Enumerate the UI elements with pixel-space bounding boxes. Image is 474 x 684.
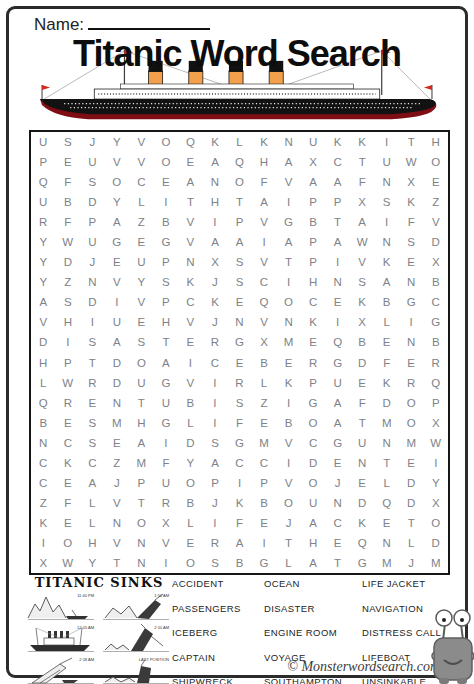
grid-cell-r11c10[interactable]: X <box>252 332 277 352</box>
grid-cell-r2c11[interactable]: A <box>276 152 301 172</box>
grid-cell-r9c7[interactable]: C <box>178 292 203 312</box>
grid-cell-r4c1[interactable]: U <box>31 192 56 212</box>
grid-cell-r21c8[interactable]: R <box>203 533 228 553</box>
grid-cell-r11c15[interactable]: E <box>374 332 399 352</box>
grid-cell-r6c10[interactable]: I <box>252 232 277 252</box>
grid-cell-r4c11[interactable]: I <box>276 192 301 212</box>
grid-cell-r10c15[interactable]: L <box>374 312 399 332</box>
grid-cell-r8c9[interactable]: S <box>227 272 252 292</box>
grid-cell-r7c3[interactable]: J <box>80 252 105 272</box>
grid-cell-r4c13[interactable]: P <box>325 192 350 212</box>
grid-cell-r6c14[interactable]: W <box>350 232 375 252</box>
grid-cell-r2c12[interactable]: X <box>301 152 326 172</box>
grid-cell-r6c17[interactable]: D <box>423 232 448 252</box>
grid-cell-r21c10[interactable]: I <box>252 533 277 553</box>
grid-cell-r6c1[interactable]: Y <box>31 232 56 252</box>
grid-cell-r10c7[interactable]: V <box>178 312 203 332</box>
grid-cell-r5c16[interactable]: F <box>399 212 424 232</box>
grid-cell-r22c1[interactable]: X <box>31 553 56 573</box>
grid-cell-r21c6[interactable]: V <box>154 533 179 553</box>
grid-cell-r8c15[interactable]: A <box>374 272 399 292</box>
grid-cell-r7c2[interactable]: D <box>56 252 81 272</box>
grid-cell-r7c8[interactable]: X <box>203 252 228 272</box>
grid-cell-r8c2[interactable]: Z <box>56 272 81 292</box>
grid-cell-r13c9[interactable]: R <box>227 373 252 393</box>
grid-cell-r20c5[interactable]: O <box>129 513 154 533</box>
grid-cell-r9c15[interactable]: B <box>374 292 399 312</box>
grid-cell-r9c10[interactable]: Q <box>252 292 277 312</box>
grid-cell-r15c15[interactable]: M <box>374 413 399 433</box>
grid-cell-r10c14[interactable]: X <box>350 312 375 332</box>
grid-cell-r22c13[interactable]: T <box>325 553 350 573</box>
grid-cell-r2c1[interactable]: P <box>31 152 56 172</box>
grid-cell-r3c17[interactable]: E <box>423 172 448 192</box>
grid-cell-r1c4[interactable]: Y <box>105 132 130 152</box>
grid-cell-r7c13[interactable]: I <box>325 252 350 272</box>
grid-cell-r1c1[interactable]: U <box>31 132 56 152</box>
grid-cell-r22c17[interactable]: M <box>423 553 448 573</box>
grid-cell-r13c12[interactable]: P <box>301 373 326 393</box>
grid-cell-r10c11[interactable]: N <box>276 312 301 332</box>
grid-cell-r12c8[interactable]: C <box>203 352 228 372</box>
grid-cell-r5c15[interactable]: I <box>374 212 399 232</box>
grid-cell-r20c16[interactable]: T <box>399 513 424 533</box>
grid-cell-r5c14[interactable]: A <box>350 212 375 232</box>
grid-cell-r16c15[interactable]: N <box>374 433 399 453</box>
grid-cell-r12c14[interactable]: D <box>350 352 375 372</box>
grid-cell-r2c13[interactable]: C <box>325 152 350 172</box>
grid-cell-r1c17[interactable]: H <box>423 132 448 152</box>
grid-cell-r17c11[interactable]: I <box>276 453 301 473</box>
grid-cell-r21c3[interactable]: H <box>80 533 105 553</box>
grid-cell-r2c15[interactable]: U <box>374 152 399 172</box>
grid-cell-r16c1[interactable]: N <box>31 433 56 453</box>
grid-cell-r8c5[interactable]: Y <box>129 272 154 292</box>
grid-cell-r16c6[interactable]: I <box>154 433 179 453</box>
grid-cell-r4c10[interactable]: A <box>252 192 277 212</box>
grid-cell-r19c1[interactable]: Z <box>31 493 56 513</box>
grid-cell-r8c13[interactable]: N <box>325 272 350 292</box>
grid-cell-r14c13[interactable]: A <box>325 393 350 413</box>
grid-cell-r6c2[interactable]: W <box>56 232 81 252</box>
grid-cell-r1c13[interactable]: K <box>325 132 350 152</box>
grid-cell-r17c17[interactable]: I <box>423 453 448 473</box>
grid-cell-r16c8[interactable]: S <box>203 433 228 453</box>
grid-cell-r11c5[interactable]: S <box>129 332 154 352</box>
grid-cell-r14c3[interactable]: E <box>80 393 105 413</box>
grid-cell-r19c3[interactable]: L <box>80 493 105 513</box>
grid-cell-r22c16[interactable]: J <box>399 553 424 573</box>
grid-cell-r2c14[interactable]: T <box>350 152 375 172</box>
grid-cell-r1c10[interactable]: K <box>252 132 277 152</box>
grid-cell-r22c7[interactable]: O <box>178 553 203 573</box>
grid-cell-r7c5[interactable]: U <box>129 252 154 272</box>
grid-cell-r4c15[interactable]: S <box>374 192 399 212</box>
grid-cell-r19c14[interactable]: D <box>350 493 375 513</box>
grid-cell-r12c6[interactable]: A <box>154 352 179 372</box>
grid-cell-r7c14[interactable]: V <box>350 252 375 272</box>
name-field[interactable] <box>88 14 210 30</box>
grid-cell-r15c4[interactable]: M <box>105 413 130 433</box>
grid-cell-r9c13[interactable]: E <box>325 292 350 312</box>
grid-cell-r13c5[interactable]: U <box>129 373 154 393</box>
grid-cell-r6c12[interactable]: P <box>301 232 326 252</box>
grid-cell-r21c13[interactable]: E <box>325 533 350 553</box>
grid-cell-r20c11[interactable]: J <box>276 513 301 533</box>
grid-cell-r11c6[interactable]: T <box>154 332 179 352</box>
grid-cell-r9c8[interactable]: K <box>203 292 228 312</box>
grid-cell-r13c7[interactable]: V <box>178 373 203 393</box>
grid-cell-r11c12[interactable]: E <box>301 332 326 352</box>
grid-cell-r11c9[interactable]: G <box>227 332 252 352</box>
grid-cell-r8c14[interactable]: S <box>350 272 375 292</box>
grid-cell-r7c6[interactable]: P <box>154 252 179 272</box>
grid-cell-r18c9[interactable]: I <box>227 473 252 493</box>
grid-cell-r9c17[interactable]: C <box>423 292 448 312</box>
grid-cell-r18c16[interactable]: D <box>399 473 424 493</box>
grid-cell-r1c2[interactable]: S <box>56 132 81 152</box>
grid-cell-r14c7[interactable]: B <box>178 393 203 413</box>
grid-cell-r11c16[interactable]: N <box>399 332 424 352</box>
grid-cell-r20c1[interactable]: K <box>31 513 56 533</box>
grid-cell-r21c15[interactable]: N <box>374 533 399 553</box>
grid-cell-r8c7[interactable]: K <box>178 272 203 292</box>
grid-cell-r4c12[interactable]: P <box>301 192 326 212</box>
grid-cell-r14c17[interactable]: P <box>423 393 448 413</box>
grid-cell-r2c8[interactable]: A <box>203 152 228 172</box>
grid-cell-r21c7[interactable]: E <box>178 533 203 553</box>
grid-cell-r16c4[interactable]: E <box>105 433 130 453</box>
grid-cell-r9c1[interactable]: A <box>31 292 56 312</box>
grid-cell-r3c16[interactable]: X <box>399 172 424 192</box>
grid-cell-r16c11[interactable]: V <box>276 433 301 453</box>
grid-cell-r19c10[interactable]: B <box>252 493 277 513</box>
grid-cell-r17c14[interactable]: N <box>350 453 375 473</box>
grid-cell-r7c10[interactable]: V <box>252 252 277 272</box>
grid-cell-r21c4[interactable]: V <box>105 533 130 553</box>
grid-cell-r21c16[interactable]: L <box>399 533 424 553</box>
grid-cell-r4c3[interactable]: D <box>80 192 105 212</box>
grid-cell-r17c8[interactable]: A <box>203 453 228 473</box>
grid-cell-r5c4[interactable]: A <box>105 212 130 232</box>
grid-cell-r17c4[interactable]: Z <box>105 453 130 473</box>
grid-cell-r1c5[interactable]: V <box>129 132 154 152</box>
grid-cell-r19c17[interactable]: X <box>423 493 448 513</box>
grid-cell-r20c10[interactable]: E <box>252 513 277 533</box>
grid-cell-r15c16[interactable]: O <box>399 413 424 433</box>
grid-cell-r15c12[interactable]: O <box>301 413 326 433</box>
grid-cell-r12c2[interactable]: P <box>56 352 81 372</box>
grid-cell-r1c14[interactable]: K <box>350 132 375 152</box>
grid-cell-r6c15[interactable]: N <box>374 232 399 252</box>
grid-cell-r6c8[interactable]: A <box>203 232 228 252</box>
grid-cell-r20c3[interactable]: L <box>80 513 105 533</box>
grid-cell-r4c4[interactable]: Y <box>105 192 130 212</box>
grid-cell-r15c3[interactable]: S <box>80 413 105 433</box>
grid-cell-r19c11[interactable]: O <box>276 493 301 513</box>
grid-cell-r7c12[interactable]: P <box>301 252 326 272</box>
grid-cell-r1c16[interactable]: T <box>399 132 424 152</box>
grid-cell-r21c1[interactable]: I <box>31 533 56 553</box>
grid-cell-r18c7[interactable]: O <box>178 473 203 493</box>
grid-cell-r1c6[interactable]: O <box>154 132 179 152</box>
grid-cell-r15c8[interactable]: I <box>203 413 228 433</box>
grid-cell-r20c8[interactable]: I <box>203 513 228 533</box>
grid-cell-r20c6[interactable]: X <box>154 513 179 533</box>
grid-cell-r4c17[interactable]: Z <box>423 192 448 212</box>
grid-cell-r9c6[interactable]: P <box>154 292 179 312</box>
grid-cell-r22c6[interactable]: I <box>154 553 179 573</box>
grid-cell-r7c1[interactable]: Y <box>31 252 56 272</box>
grid-cell-r20c2[interactable]: E <box>56 513 81 533</box>
grid-cell-r4c16[interactable]: K <box>399 192 424 212</box>
grid-cell-r8c8[interactable]: J <box>203 272 228 292</box>
grid-cell-r9c2[interactable]: S <box>56 292 81 312</box>
grid-cell-r22c5[interactable]: N <box>129 553 154 573</box>
grid-cell-r11c7[interactable]: E <box>178 332 203 352</box>
grid-cell-r4c6[interactable]: I <box>154 192 179 212</box>
grid-cell-r5c3[interactable]: P <box>80 212 105 232</box>
grid-cell-r6c6[interactable]: G <box>154 232 179 252</box>
grid-cell-r22c14[interactable]: G <box>350 553 375 573</box>
grid-cell-r17c13[interactable]: E <box>325 453 350 473</box>
grid-cell-r4c9[interactable]: T <box>227 192 252 212</box>
grid-cell-r18c15[interactable]: L <box>374 473 399 493</box>
grid-cell-r8c16[interactable]: N <box>399 272 424 292</box>
grid-cell-r13c11[interactable]: K <box>276 373 301 393</box>
grid-cell-r10c6[interactable]: H <box>154 312 179 332</box>
grid-cell-r15c9[interactable]: F <box>227 413 252 433</box>
grid-cell-r17c3[interactable]: C <box>80 453 105 473</box>
grid-cell-r12c3[interactable]: T <box>80 352 105 372</box>
grid-cell-r6c3[interactable]: U <box>80 232 105 252</box>
grid-cell-r14c2[interactable]: R <box>56 393 81 413</box>
grid-cell-r12c1[interactable]: H <box>31 352 56 372</box>
grid-cell-r3c7[interactable]: A <box>178 172 203 192</box>
grid-cell-r9c16[interactable]: G <box>399 292 424 312</box>
grid-cell-r8c10[interactable]: C <box>252 272 277 292</box>
grid-cell-r11c1[interactable]: D <box>31 332 56 352</box>
grid-cell-r3c11[interactable]: V <box>276 172 301 192</box>
grid-cell-r20c12[interactable]: A <box>301 513 326 533</box>
grid-cell-r3c3[interactable]: S <box>80 172 105 192</box>
grid-cell-r13c2[interactable]: W <box>56 373 81 393</box>
grid-cell-r3c8[interactable]: N <box>203 172 228 192</box>
grid-cell-r17c1[interactable]: C <box>31 453 56 473</box>
grid-cell-r1c12[interactable]: U <box>301 132 326 152</box>
grid-cell-r3c13[interactable]: A <box>325 172 350 192</box>
grid-cell-r3c14[interactable]: F <box>350 172 375 192</box>
grid-cell-r18c4[interactable]: J <box>105 473 130 493</box>
grid-cell-r6c9[interactable]: A <box>227 232 252 252</box>
grid-cell-r16c14[interactable]: U <box>350 433 375 453</box>
grid-cell-r4c14[interactable]: X <box>350 192 375 212</box>
grid-cell-r14c15[interactable]: D <box>374 393 399 413</box>
grid-cell-r4c7[interactable]: T <box>178 192 203 212</box>
grid-cell-r8c12[interactable]: H <box>301 272 326 292</box>
grid-cell-r10c16[interactable]: I <box>399 312 424 332</box>
grid-cell-r3c9[interactable]: O <box>227 172 252 192</box>
grid-cell-r16c2[interactable]: C <box>56 433 81 453</box>
grid-cell-r17c16[interactable]: E <box>399 453 424 473</box>
grid-cell-r15c10[interactable]: E <box>252 413 277 433</box>
grid-cell-r8c11[interactable]: I <box>276 272 301 292</box>
grid-cell-r18c2[interactable]: E <box>56 473 81 493</box>
grid-cell-r22c9[interactable]: B <box>227 553 252 573</box>
grid-cell-r20c15[interactable]: E <box>374 513 399 533</box>
grid-cell-r18c12[interactable]: O <box>301 473 326 493</box>
grid-cell-r2c2[interactable]: E <box>56 152 81 172</box>
grid-cell-r6c7[interactable]: V <box>178 232 203 252</box>
grid-cell-r12c4[interactable]: D <box>105 352 130 372</box>
grid-cell-r21c12[interactable]: H <box>301 533 326 553</box>
grid-cell-r8c1[interactable]: Y <box>31 272 56 292</box>
grid-cell-r5c10[interactable]: V <box>252 212 277 232</box>
grid-cell-r19c13[interactable]: N <box>325 493 350 513</box>
grid-cell-r21c9[interactable]: A <box>227 533 252 553</box>
grid-cell-r3c5[interactable]: C <box>129 172 154 192</box>
grid-cell-r11c3[interactable]: S <box>80 332 105 352</box>
grid-cell-r10c9[interactable]: N <box>227 312 252 332</box>
grid-cell-r16c13[interactable]: G <box>325 433 350 453</box>
grid-cell-r4c8[interactable]: H <box>203 192 228 212</box>
grid-cell-r19c4[interactable]: V <box>105 493 130 513</box>
grid-cell-r19c2[interactable]: F <box>56 493 81 513</box>
grid-cell-r1c11[interactable]: N <box>276 132 301 152</box>
grid-cell-r11c8[interactable]: R <box>203 332 228 352</box>
grid-cell-r7c11[interactable]: T <box>276 252 301 272</box>
grid-cell-r5c2[interactable]: F <box>56 212 81 232</box>
grid-cell-r11c11[interactable]: M <box>276 332 301 352</box>
grid-cell-r22c15[interactable]: M <box>374 553 399 573</box>
grid-cell-r15c6[interactable]: G <box>154 413 179 433</box>
grid-cell-r17c15[interactable]: T <box>374 453 399 473</box>
grid-cell-r17c12[interactable]: D <box>301 453 326 473</box>
grid-cell-r12c5[interactable]: O <box>129 352 154 372</box>
grid-cell-r19c8[interactable]: J <box>203 493 228 513</box>
grid-cell-r2c7[interactable]: E <box>178 152 203 172</box>
grid-cell-r8c6[interactable]: S <box>154 272 179 292</box>
grid-cell-r5c6[interactable]: B <box>154 212 179 232</box>
grid-cell-r13c10[interactable]: L <box>252 373 277 393</box>
grid-cell-r16c17[interactable]: W <box>423 433 448 453</box>
grid-cell-r10c12[interactable]: K <box>301 312 326 332</box>
grid-cell-r1c7[interactable]: Q <box>178 132 203 152</box>
grid-cell-r3c1[interactable]: Q <box>31 172 56 192</box>
grid-cell-r10c4[interactable]: U <box>105 312 130 332</box>
grid-cell-r15c7[interactable]: L <box>178 413 203 433</box>
grid-cell-r16c16[interactable]: M <box>399 433 424 453</box>
grid-cell-r18c3[interactable]: A <box>80 473 105 493</box>
grid-cell-r14c1[interactable]: Q <box>31 393 56 413</box>
grid-cell-r3c2[interactable]: F <box>56 172 81 192</box>
grid-cell-r22c8[interactable]: S <box>203 553 228 573</box>
grid-cell-r12c7[interactable]: I <box>178 352 203 372</box>
grid-cell-r7c4[interactable]: E <box>105 252 130 272</box>
grid-cell-r11c17[interactable]: B <box>423 332 448 352</box>
grid-cell-r14c9[interactable]: S <box>227 393 252 413</box>
grid-cell-r15c17[interactable]: X <box>423 413 448 433</box>
grid-cell-r5c9[interactable]: P <box>227 212 252 232</box>
grid-cell-r9c3[interactable]: D <box>80 292 105 312</box>
grid-cell-r11c2[interactable]: I <box>56 332 81 352</box>
grid-cell-r19c6[interactable]: R <box>154 493 179 513</box>
grid-cell-r11c13[interactable]: Q <box>325 332 350 352</box>
grid-cell-r14c11[interactable]: I <box>276 393 301 413</box>
grid-cell-r12c17[interactable]: R <box>423 352 448 372</box>
grid-cell-r8c3[interactable]: N <box>80 272 105 292</box>
grid-cell-r14c10[interactable]: Z <box>252 393 277 413</box>
grid-cell-r6c13[interactable]: A <box>325 232 350 252</box>
grid-cell-r7c9[interactable]: S <box>227 252 252 272</box>
grid-cell-r5c12[interactable]: B <box>301 212 326 232</box>
grid-cell-r3c12[interactable]: A <box>301 172 326 192</box>
grid-cell-r9c11[interactable]: O <box>276 292 301 312</box>
grid-cell-r1c8[interactable]: K <box>203 132 228 152</box>
grid-cell-r10c8[interactable]: J <box>203 312 228 332</box>
grid-cell-r15c2[interactable]: E <box>56 413 81 433</box>
grid-cell-r22c12[interactable]: A <box>301 553 326 573</box>
grid-cell-r10c2[interactable]: H <box>56 312 81 332</box>
grid-cell-r12c11[interactable]: E <box>276 352 301 372</box>
grid-cell-r1c9[interactable]: L <box>227 132 252 152</box>
grid-cell-r20c4[interactable]: N <box>105 513 130 533</box>
grid-cell-r2c16[interactable]: W <box>399 152 424 172</box>
grid-cell-r14c14[interactable]: F <box>350 393 375 413</box>
grid-cell-r19c16[interactable]: D <box>399 493 424 513</box>
grid-cell-r21c17[interactable]: D <box>423 533 448 553</box>
grid-cell-r1c3[interactable]: J <box>80 132 105 152</box>
grid-cell-r17c5[interactable]: M <box>129 453 154 473</box>
grid-cell-r11c4[interactable]: A <box>105 332 130 352</box>
grid-cell-r17c2[interactable]: K <box>56 453 81 473</box>
grid-cell-r22c2[interactable]: W <box>56 553 81 573</box>
grid-cell-r10c3[interactable]: I <box>80 312 105 332</box>
grid-cell-r13c17[interactable]: Q <box>423 373 448 393</box>
grid-cell-r13c15[interactable]: K <box>374 373 399 393</box>
grid-cell-r15c11[interactable]: B <box>276 413 301 433</box>
grid-cell-r13c1[interactable]: L <box>31 373 56 393</box>
grid-cell-r13c13[interactable]: U <box>325 373 350 393</box>
grid-cell-r19c7[interactable]: B <box>178 493 203 513</box>
grid-cell-r14c4[interactable]: N <box>105 393 130 413</box>
grid-cell-r21c14[interactable]: Q <box>350 533 375 553</box>
grid-cell-r9c9[interactable]: E <box>227 292 252 312</box>
grid-cell-r3c10[interactable]: F <box>252 172 277 192</box>
grid-cell-r13c4[interactable]: D <box>105 373 130 393</box>
grid-cell-r19c15[interactable]: Q <box>374 493 399 513</box>
grid-cell-r9c14[interactable]: K <box>350 292 375 312</box>
grid-cell-r20c7[interactable]: L <box>178 513 203 533</box>
grid-cell-r20c14[interactable]: K <box>350 513 375 533</box>
grid-cell-r10c1[interactable]: V <box>31 312 56 332</box>
grid-cell-r21c2[interactable]: O <box>56 533 81 553</box>
grid-cell-r19c12[interactable]: U <box>301 493 326 513</box>
grid-cell-r14c16[interactable]: O <box>399 393 424 413</box>
grid-cell-r18c6[interactable]: U <box>154 473 179 493</box>
grid-cell-r5c5[interactable]: Z <box>129 212 154 232</box>
grid-cell-r17c7[interactable]: Y <box>178 453 203 473</box>
grid-cell-r6c11[interactable]: A <box>276 232 301 252</box>
grid-cell-r10c13[interactable]: I <box>325 312 350 332</box>
grid-cell-r20c17[interactable]: O <box>423 513 448 533</box>
grid-cell-r9c4[interactable]: I <box>105 292 130 312</box>
grid-cell-r14c5[interactable]: T <box>129 393 154 413</box>
grid-cell-r2c6[interactable]: O <box>154 152 179 172</box>
grid-cell-r16c3[interactable]: S <box>80 433 105 453</box>
grid-cell-r18c17[interactable]: Y <box>423 473 448 493</box>
grid-cell-r4c2[interactable]: B <box>56 192 81 212</box>
